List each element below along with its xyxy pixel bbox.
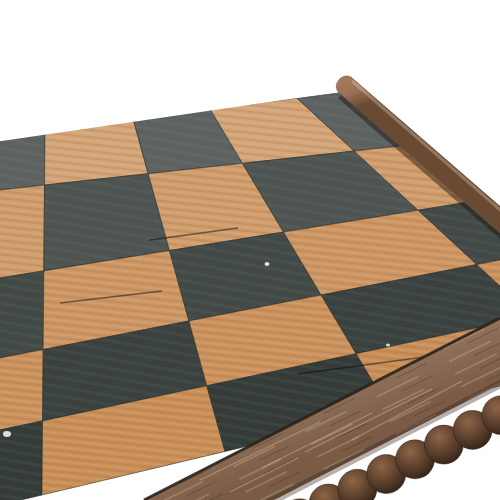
paint-speck bbox=[265, 262, 270, 266]
chessboard-scene bbox=[0, 0, 500, 500]
paint-speck bbox=[3, 431, 11, 437]
paint-speck bbox=[386, 343, 390, 346]
chessboard-photo bbox=[0, 0, 500, 500]
